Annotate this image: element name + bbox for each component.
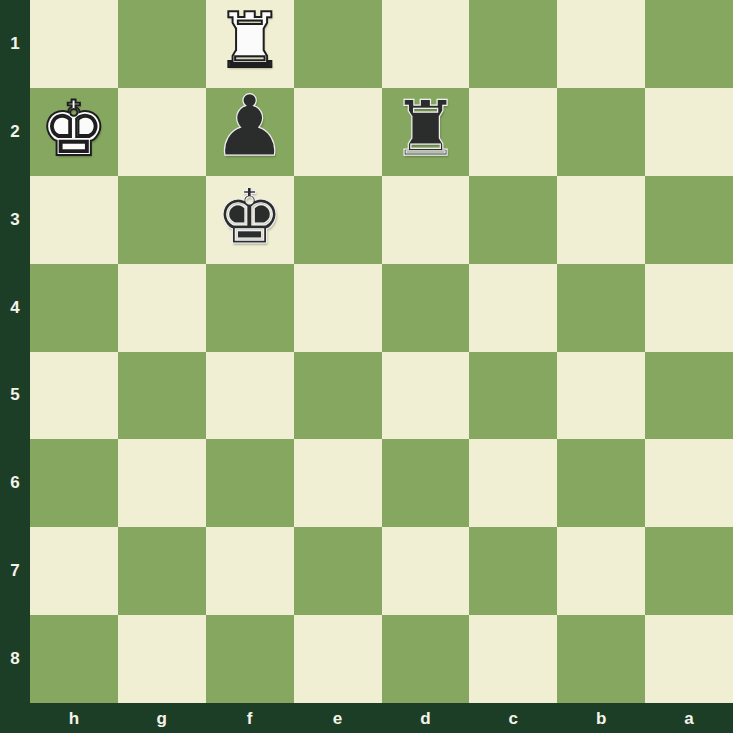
file-label-f: f xyxy=(206,703,294,733)
square-a7[interactable] xyxy=(645,527,733,615)
white-rook-f1[interactable]: ♜ xyxy=(216,3,284,79)
square-b2[interactable] xyxy=(557,88,645,176)
file-label-h: h xyxy=(30,703,118,733)
square-e2[interactable] xyxy=(294,88,382,176)
square-e8[interactable] xyxy=(294,615,382,703)
square-e7[interactable] xyxy=(294,527,382,615)
square-c7[interactable] xyxy=(469,527,557,615)
square-f2[interactable]: ♟ xyxy=(206,88,294,176)
square-g6[interactable] xyxy=(118,439,206,527)
rank-label-8: 8 xyxy=(0,615,30,703)
square-h4[interactable] xyxy=(30,264,118,352)
square-d5[interactable] xyxy=(382,352,470,440)
board: ♜♚♟♜♚ xyxy=(30,0,733,703)
black-pawn-f2[interactable]: ♟ xyxy=(212,84,287,168)
square-f5[interactable] xyxy=(206,352,294,440)
square-b1[interactable] xyxy=(557,0,645,88)
square-f7[interactable] xyxy=(206,527,294,615)
square-e5[interactable] xyxy=(294,352,382,440)
square-b8[interactable] xyxy=(557,615,645,703)
square-h7[interactable] xyxy=(30,527,118,615)
square-e6[interactable] xyxy=(294,439,382,527)
square-a3[interactable] xyxy=(645,176,733,264)
square-h6[interactable] xyxy=(30,439,118,527)
square-b6[interactable] xyxy=(557,439,645,527)
square-h8[interactable] xyxy=(30,615,118,703)
rank-label-6: 6 xyxy=(0,439,30,527)
square-a4[interactable] xyxy=(645,264,733,352)
square-g4[interactable] xyxy=(118,264,206,352)
square-c5[interactable] xyxy=(469,352,557,440)
square-a2[interactable] xyxy=(645,88,733,176)
black-king-f3[interactable]: ♚ xyxy=(216,179,284,255)
square-d8[interactable] xyxy=(382,615,470,703)
square-f8[interactable] xyxy=(206,615,294,703)
file-label-g: g xyxy=(118,703,206,733)
square-b3[interactable] xyxy=(557,176,645,264)
rank-label-2: 2 xyxy=(0,88,30,176)
square-f6[interactable] xyxy=(206,439,294,527)
square-d2[interactable]: ♜ xyxy=(382,88,470,176)
square-d3[interactable] xyxy=(382,176,470,264)
square-h2[interactable]: ♚ xyxy=(30,88,118,176)
file-label-e: e xyxy=(294,703,382,733)
rank-label-7: 7 xyxy=(0,527,30,615)
square-f4[interactable] xyxy=(206,264,294,352)
rank-label-4: 4 xyxy=(0,264,30,352)
square-e3[interactable] xyxy=(294,176,382,264)
square-b4[interactable] xyxy=(557,264,645,352)
file-label-a: a xyxy=(645,703,733,733)
file-label-c: c xyxy=(469,703,557,733)
square-h5[interactable] xyxy=(30,352,118,440)
rank-label-1: 1 xyxy=(0,0,30,88)
square-a8[interactable] xyxy=(645,615,733,703)
square-d4[interactable] xyxy=(382,264,470,352)
file-label-d: d xyxy=(382,703,470,733)
square-e4[interactable] xyxy=(294,264,382,352)
square-d6[interactable] xyxy=(382,439,470,527)
square-d1[interactable] xyxy=(382,0,470,88)
file-label-b: b xyxy=(557,703,645,733)
square-a5[interactable] xyxy=(645,352,733,440)
chess-board-frame: 12345678 ♜♚♟♜♚ hgfedcba xyxy=(0,0,733,733)
square-c4[interactable] xyxy=(469,264,557,352)
square-c8[interactable] xyxy=(469,615,557,703)
square-b5[interactable] xyxy=(557,352,645,440)
file-labels: hgfedcba xyxy=(30,703,733,733)
square-g7[interactable] xyxy=(118,527,206,615)
square-c1[interactable] xyxy=(469,0,557,88)
square-g2[interactable] xyxy=(118,88,206,176)
rank-labels: 12345678 xyxy=(0,0,30,703)
square-g5[interactable] xyxy=(118,352,206,440)
square-g8[interactable] xyxy=(118,615,206,703)
square-g3[interactable] xyxy=(118,176,206,264)
square-f1[interactable]: ♜ xyxy=(206,0,294,88)
square-a1[interactable] xyxy=(645,0,733,88)
square-c2[interactable] xyxy=(469,88,557,176)
square-d7[interactable] xyxy=(382,527,470,615)
square-h1[interactable] xyxy=(30,0,118,88)
square-e1[interactable] xyxy=(294,0,382,88)
square-f3[interactable]: ♚ xyxy=(206,176,294,264)
square-c6[interactable] xyxy=(469,439,557,527)
white-king-h2[interactable]: ♚ xyxy=(40,91,108,167)
square-c3[interactable] xyxy=(469,176,557,264)
rank-label-5: 5 xyxy=(0,352,30,440)
square-h3[interactable] xyxy=(30,176,118,264)
square-g1[interactable] xyxy=(118,0,206,88)
black-rook-d2[interactable]: ♜ xyxy=(391,91,459,167)
square-a6[interactable] xyxy=(645,439,733,527)
square-b7[interactable] xyxy=(557,527,645,615)
rank-label-3: 3 xyxy=(0,176,30,264)
